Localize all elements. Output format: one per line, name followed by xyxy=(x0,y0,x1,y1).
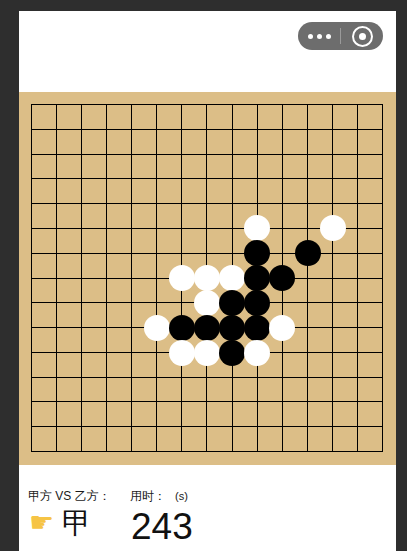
black-stone xyxy=(194,315,220,341)
white-stone xyxy=(194,340,220,366)
white-stone xyxy=(219,265,245,291)
wechat-capsule xyxy=(298,22,383,50)
white-stone xyxy=(320,215,346,241)
black-stone xyxy=(295,240,321,266)
black-stone xyxy=(169,315,195,341)
more-options-button[interactable] xyxy=(298,34,340,39)
pointing-right-hand-icon: ☛ xyxy=(29,507,54,539)
screenshot-root: { "game": "gomoku", "window": { "frame_c… xyxy=(0,0,407,551)
time-label-text: 用时： xyxy=(130,489,166,503)
current-player-label: 甲 xyxy=(62,506,91,540)
black-stone xyxy=(244,290,270,316)
black-stone xyxy=(219,290,245,316)
white-stone xyxy=(244,340,270,366)
ellipsis-dots-icon xyxy=(308,34,331,39)
white-stone xyxy=(269,315,295,341)
black-stone xyxy=(244,240,270,266)
time-unit: (s) xyxy=(175,490,188,502)
black-stone xyxy=(219,340,245,366)
mini-program-page: 甲方 VS 乙方： 用时：(s) ☛ 甲 243 xyxy=(19,11,396,551)
players-label: 甲方 VS 乙方： xyxy=(28,488,111,505)
black-stone xyxy=(244,315,270,341)
stones-layer xyxy=(31,104,383,452)
white-stone xyxy=(169,265,195,291)
time-label: 用时：(s) xyxy=(130,488,188,505)
black-stone xyxy=(269,265,295,291)
elapsed-time-value: 243 xyxy=(131,507,193,547)
white-stone xyxy=(194,265,220,291)
white-stone xyxy=(244,215,270,241)
exit-button[interactable] xyxy=(341,26,383,47)
white-stone xyxy=(169,340,195,366)
white-stone xyxy=(144,315,170,341)
black-stone xyxy=(219,315,245,341)
circle-target-icon xyxy=(352,26,373,47)
white-stone xyxy=(194,290,220,316)
game-board[interactable] xyxy=(19,92,396,465)
black-stone xyxy=(244,265,270,291)
turn-indicator: ☛ 甲 xyxy=(29,506,91,540)
